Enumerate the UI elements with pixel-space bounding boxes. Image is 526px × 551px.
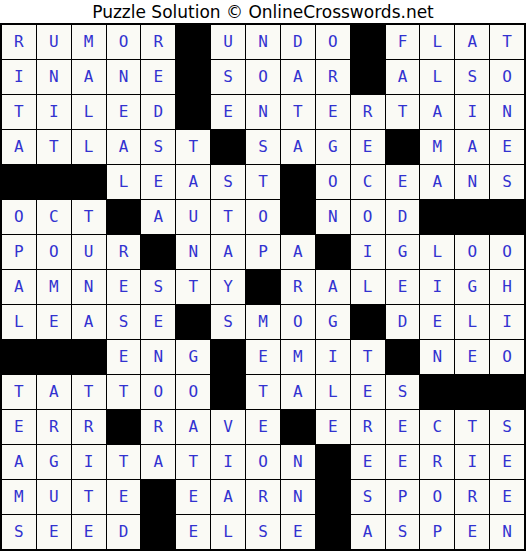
letter-cell-r14c13: O bbox=[420, 480, 454, 514]
letter-cell-r8c7: Y bbox=[211, 270, 245, 304]
letter-cell-r2c12: A bbox=[386, 60, 420, 94]
letter-cell-r5c4: L bbox=[107, 165, 141, 199]
letter-cell-r5c11: C bbox=[351, 165, 385, 199]
letter-cell-r5c13: A bbox=[420, 165, 454, 199]
letter-cell-r13c7: I bbox=[211, 445, 245, 479]
block-cell-r2c11 bbox=[351, 60, 385, 94]
letter-cell-r14c2: U bbox=[37, 480, 71, 514]
letter-cell-r13c6: T bbox=[176, 445, 210, 479]
letter-cell-r6c6: U bbox=[176, 200, 210, 234]
letter-cell-r2c3: A bbox=[72, 60, 106, 94]
letter-cell-r7c2: O bbox=[37, 235, 71, 269]
block-cell-r5c3 bbox=[72, 165, 106, 199]
letter-cell-r2c9: A bbox=[281, 60, 315, 94]
letter-cell-r4c9: A bbox=[281, 130, 315, 164]
letter-cell-r11c5: O bbox=[141, 375, 175, 409]
letter-cell-r8c1: A bbox=[2, 270, 36, 304]
letter-cell-r9c5: E bbox=[141, 305, 175, 339]
block-cell-r5c1 bbox=[2, 165, 36, 199]
letter-cell-r3c15: N bbox=[490, 95, 524, 129]
letter-cell-r5c15: S bbox=[490, 165, 524, 199]
letter-cell-r13c12: E bbox=[386, 445, 420, 479]
letter-cell-r13c2: G bbox=[37, 445, 71, 479]
letter-cell-r9c14: L bbox=[455, 305, 489, 339]
block-cell-r10c1 bbox=[2, 340, 36, 374]
letter-cell-r4c15: E bbox=[490, 130, 524, 164]
block-cell-r11c14 bbox=[455, 375, 489, 409]
letter-cell-r1c12: F bbox=[386, 25, 420, 59]
letter-cell-r3c11: R bbox=[351, 95, 385, 129]
letter-cell-r8c4: E bbox=[107, 270, 141, 304]
letter-cell-r7c12: G bbox=[386, 235, 420, 269]
block-cell-r12c9 bbox=[281, 410, 315, 444]
letter-cell-r6c3: T bbox=[72, 200, 106, 234]
block-cell-r14c5 bbox=[141, 480, 175, 514]
letter-cell-r2c7: S bbox=[211, 60, 245, 94]
letter-cell-r14c11: S bbox=[351, 480, 385, 514]
letter-cell-r14c8: R bbox=[246, 480, 280, 514]
letter-cell-r15c13: P bbox=[420, 515, 454, 549]
letter-cell-r5c5: E bbox=[141, 165, 175, 199]
letter-cell-r4c6: T bbox=[176, 130, 210, 164]
letter-cell-r11c11: E bbox=[351, 375, 385, 409]
letter-cell-r12c12: E bbox=[386, 410, 420, 444]
letter-cell-r3c13: A bbox=[420, 95, 454, 129]
letter-cell-r8c14: G bbox=[455, 270, 489, 304]
letter-cell-r9c4: S bbox=[107, 305, 141, 339]
letter-cell-r13c11: E bbox=[351, 445, 385, 479]
letter-cell-r1c14: A bbox=[455, 25, 489, 59]
letter-cell-r15c6: E bbox=[176, 515, 210, 549]
letter-cell-r4c13: M bbox=[420, 130, 454, 164]
letter-cell-r9c15: I bbox=[490, 305, 524, 339]
letter-cell-r12c1: E bbox=[2, 410, 36, 444]
letter-cell-r7c4: R bbox=[107, 235, 141, 269]
letter-cell-r4c4: A bbox=[107, 130, 141, 164]
letter-cell-r5c12: E bbox=[386, 165, 420, 199]
block-cell-r4c7 bbox=[211, 130, 245, 164]
block-cell-r10c7 bbox=[211, 340, 245, 374]
letter-cell-r2c8: O bbox=[246, 60, 280, 94]
letter-cell-r12c14: T bbox=[455, 410, 489, 444]
letter-cell-r9c3: A bbox=[72, 305, 106, 339]
letter-cell-r3c14: I bbox=[455, 95, 489, 129]
letter-cell-r14c4: E bbox=[107, 480, 141, 514]
block-cell-r6c15 bbox=[490, 200, 524, 234]
block-cell-r11c15 bbox=[490, 375, 524, 409]
letter-cell-r3c7: E bbox=[211, 95, 245, 129]
letter-cell-r9c10: G bbox=[316, 305, 350, 339]
letter-cell-r14c9: N bbox=[281, 480, 315, 514]
letter-cell-r15c8: S bbox=[246, 515, 280, 549]
letter-cell-r9c9: O bbox=[281, 305, 315, 339]
letter-cell-r1c10: O bbox=[316, 25, 350, 59]
letter-cell-r1c13: L bbox=[420, 25, 454, 59]
block-cell-r3c6 bbox=[176, 95, 210, 129]
letter-cell-r11c2: A bbox=[37, 375, 71, 409]
letter-cell-r13c3: I bbox=[72, 445, 106, 479]
letter-cell-r12c8: E bbox=[246, 410, 280, 444]
letter-cell-r5c7: S bbox=[211, 165, 245, 199]
block-cell-r4c12 bbox=[386, 130, 420, 164]
letter-cell-r13c14: I bbox=[455, 445, 489, 479]
letter-cell-r4c1: A bbox=[2, 130, 36, 164]
letter-cell-r13c9: N bbox=[281, 445, 315, 479]
letter-cell-r4c11: E bbox=[351, 130, 385, 164]
letter-cell-r8c10: A bbox=[316, 270, 350, 304]
letter-cell-r7c6: N bbox=[176, 235, 210, 269]
letter-cell-r12c7: V bbox=[211, 410, 245, 444]
letter-cell-r5c14: N bbox=[455, 165, 489, 199]
letter-cell-r6c11: O bbox=[351, 200, 385, 234]
letter-cell-r10c8: E bbox=[246, 340, 280, 374]
letter-cell-r15c14: E bbox=[455, 515, 489, 549]
letter-cell-r3c3: L bbox=[72, 95, 106, 129]
letter-cell-r14c12: P bbox=[386, 480, 420, 514]
letter-cell-r8c5: S bbox=[141, 270, 175, 304]
letter-cell-r3c12: T bbox=[386, 95, 420, 129]
letter-cell-r4c5: S bbox=[141, 130, 175, 164]
letter-cell-r12c2: R bbox=[37, 410, 71, 444]
letter-cell-r1c9: D bbox=[281, 25, 315, 59]
letter-cell-r3c4: E bbox=[107, 95, 141, 129]
page-title: Puzzle Solution © OnlineCrosswords.net bbox=[0, 0, 526, 23]
letter-cell-r9c12: D bbox=[386, 305, 420, 339]
letter-cell-r11c1: T bbox=[2, 375, 36, 409]
letter-cell-r7c3: U bbox=[72, 235, 106, 269]
crossword-board: RUMORUNDOFLATINANESOARALSOTILEDENTERTAIN… bbox=[0, 23, 526, 551]
letter-cell-r11c6: O bbox=[176, 375, 210, 409]
letter-cell-r12c15: S bbox=[490, 410, 524, 444]
letter-cell-r4c2: T bbox=[37, 130, 71, 164]
letter-cell-r10c6: G bbox=[176, 340, 210, 374]
letter-cell-r5c6: A bbox=[176, 165, 210, 199]
letter-cell-r14c1: M bbox=[2, 480, 36, 514]
letter-cell-r2c4: N bbox=[107, 60, 141, 94]
block-cell-r6c13 bbox=[420, 200, 454, 234]
letter-cell-r8c3: N bbox=[72, 270, 106, 304]
letter-cell-r4c14: A bbox=[455, 130, 489, 164]
block-cell-r7c10 bbox=[316, 235, 350, 269]
letter-cell-r14c14: R bbox=[455, 480, 489, 514]
letter-cell-r1c2: U bbox=[37, 25, 71, 59]
letter-cell-r10c11: T bbox=[351, 340, 385, 374]
letter-cell-r8c15: H bbox=[490, 270, 524, 304]
letter-cell-r10c15: O bbox=[490, 340, 524, 374]
letter-cell-r14c7: A bbox=[211, 480, 245, 514]
letter-cell-r15c7: L bbox=[211, 515, 245, 549]
letter-cell-r15c2: E bbox=[37, 515, 71, 549]
letter-cell-r10c4: E bbox=[107, 340, 141, 374]
block-cell-r13c10 bbox=[316, 445, 350, 479]
letter-cell-r1c15: T bbox=[490, 25, 524, 59]
letter-cell-r2c1: I bbox=[2, 60, 36, 94]
letter-cell-r10c13: N bbox=[420, 340, 454, 374]
letter-cell-r7c14: O bbox=[455, 235, 489, 269]
letter-cell-r13c1: A bbox=[2, 445, 36, 479]
letter-cell-r13c13: R bbox=[420, 445, 454, 479]
letter-cell-r15c12: S bbox=[386, 515, 420, 549]
letter-cell-r7c7: A bbox=[211, 235, 245, 269]
letter-cell-r1c7: U bbox=[211, 25, 245, 59]
letter-cell-r7c15: O bbox=[490, 235, 524, 269]
letter-cell-r13c4: T bbox=[107, 445, 141, 479]
letter-cell-r8c12: E bbox=[386, 270, 420, 304]
block-cell-r14c10 bbox=[316, 480, 350, 514]
letter-cell-r10c5: N bbox=[141, 340, 175, 374]
letter-cell-r6c10: N bbox=[316, 200, 350, 234]
block-cell-r1c6 bbox=[176, 25, 210, 59]
letter-cell-r12c13: C bbox=[420, 410, 454, 444]
letter-cell-r6c12: D bbox=[386, 200, 420, 234]
letter-cell-r11c12: S bbox=[386, 375, 420, 409]
letter-cell-r10c9: M bbox=[281, 340, 315, 374]
letter-cell-r3c8: N bbox=[246, 95, 280, 129]
letter-cell-r6c8: O bbox=[246, 200, 280, 234]
block-cell-r6c14 bbox=[455, 200, 489, 234]
block-cell-r12c4 bbox=[107, 410, 141, 444]
letter-cell-r7c8: P bbox=[246, 235, 280, 269]
letter-cell-r2c2: N bbox=[37, 60, 71, 94]
letter-cell-r12c10: E bbox=[316, 410, 350, 444]
letter-cell-r14c15: E bbox=[490, 480, 524, 514]
block-cell-r10c2 bbox=[37, 340, 71, 374]
block-cell-r8c8 bbox=[246, 270, 280, 304]
letter-cell-r8c9: R bbox=[281, 270, 315, 304]
block-cell-r10c12 bbox=[386, 340, 420, 374]
letter-cell-r7c11: I bbox=[351, 235, 385, 269]
letter-cell-r2c15: O bbox=[490, 60, 524, 94]
block-cell-r11c13 bbox=[420, 375, 454, 409]
block-cell-r5c9 bbox=[281, 165, 315, 199]
letter-cell-r8c13: I bbox=[420, 270, 454, 304]
letter-cell-r10c10: I bbox=[316, 340, 350, 374]
letter-cell-r15c11: A bbox=[351, 515, 385, 549]
letter-cell-r12c5: R bbox=[141, 410, 175, 444]
letter-cell-r3c5: D bbox=[141, 95, 175, 129]
letter-cell-r6c7: T bbox=[211, 200, 245, 234]
letter-cell-r9c13: E bbox=[420, 305, 454, 339]
letter-cell-r13c15: E bbox=[490, 445, 524, 479]
letter-cell-r4c8: S bbox=[246, 130, 280, 164]
block-cell-r11c7 bbox=[211, 375, 245, 409]
letter-cell-r3c9: T bbox=[281, 95, 315, 129]
letter-cell-r4c3: L bbox=[72, 130, 106, 164]
letter-cell-r5c10: O bbox=[316, 165, 350, 199]
letter-cell-r14c3: T bbox=[72, 480, 106, 514]
letter-cell-r15c15: N bbox=[490, 515, 524, 549]
letter-cell-r9c1: L bbox=[2, 305, 36, 339]
letter-cell-r3c1: T bbox=[2, 95, 36, 129]
block-cell-r9c6 bbox=[176, 305, 210, 339]
block-cell-r6c4 bbox=[107, 200, 141, 234]
letter-cell-r2c10: R bbox=[316, 60, 350, 94]
letter-cell-r15c1: S bbox=[2, 515, 36, 549]
letter-cell-r1c8: N bbox=[246, 25, 280, 59]
letter-cell-r2c14: S bbox=[455, 60, 489, 94]
letter-cell-r2c5: E bbox=[141, 60, 175, 94]
letter-cell-r9c8: M bbox=[246, 305, 280, 339]
block-cell-r7c5 bbox=[141, 235, 175, 269]
letter-cell-r3c2: I bbox=[37, 95, 71, 129]
block-cell-r1c11 bbox=[351, 25, 385, 59]
letter-cell-r1c5: R bbox=[141, 25, 175, 59]
block-cell-r2c6 bbox=[176, 60, 210, 94]
letter-cell-r10c14: E bbox=[455, 340, 489, 374]
block-cell-r10c3 bbox=[72, 340, 106, 374]
letter-cell-r1c1: R bbox=[2, 25, 36, 59]
letter-cell-r1c3: M bbox=[72, 25, 106, 59]
letter-cell-r8c6: T bbox=[176, 270, 210, 304]
letter-cell-r14c6: E bbox=[176, 480, 210, 514]
letter-cell-r4c10: G bbox=[316, 130, 350, 164]
letter-cell-r6c5: A bbox=[141, 200, 175, 234]
letter-cell-r1c4: O bbox=[107, 25, 141, 59]
letter-cell-r11c3: T bbox=[72, 375, 106, 409]
letter-cell-r15c4: D bbox=[107, 515, 141, 549]
letter-cell-r12c3: R bbox=[72, 410, 106, 444]
letter-cell-r15c9: E bbox=[281, 515, 315, 549]
letter-cell-r12c11: R bbox=[351, 410, 385, 444]
letter-cell-r11c4: T bbox=[107, 375, 141, 409]
letter-cell-r3c10: E bbox=[316, 95, 350, 129]
block-cell-r15c5 bbox=[141, 515, 175, 549]
block-cell-r9c11 bbox=[351, 305, 385, 339]
letter-cell-r8c11: L bbox=[351, 270, 385, 304]
letter-cell-r7c13: L bbox=[420, 235, 454, 269]
letter-cell-r15c3: E bbox=[72, 515, 106, 549]
letter-cell-r8c2: M bbox=[37, 270, 71, 304]
letter-cell-r7c1: P bbox=[2, 235, 36, 269]
block-cell-r15c10 bbox=[316, 515, 350, 549]
block-cell-r6c9 bbox=[281, 200, 315, 234]
letter-cell-r11c10: L bbox=[316, 375, 350, 409]
letter-cell-r9c2: E bbox=[37, 305, 71, 339]
letter-cell-r11c8: T bbox=[246, 375, 280, 409]
letter-cell-r2c13: L bbox=[420, 60, 454, 94]
letter-cell-r7c9: A bbox=[281, 235, 315, 269]
block-cell-r5c2 bbox=[37, 165, 71, 199]
letter-cell-r12c6: A bbox=[176, 410, 210, 444]
letter-cell-r5c8: T bbox=[246, 165, 280, 199]
letter-cell-r13c5: A bbox=[141, 445, 175, 479]
letter-cell-r13c8: O bbox=[246, 445, 280, 479]
letter-cell-r9c7: S bbox=[211, 305, 245, 339]
letter-cell-r6c2: C bbox=[37, 200, 71, 234]
letter-cell-r6c1: O bbox=[2, 200, 36, 234]
letter-cell-r11c9: A bbox=[281, 375, 315, 409]
